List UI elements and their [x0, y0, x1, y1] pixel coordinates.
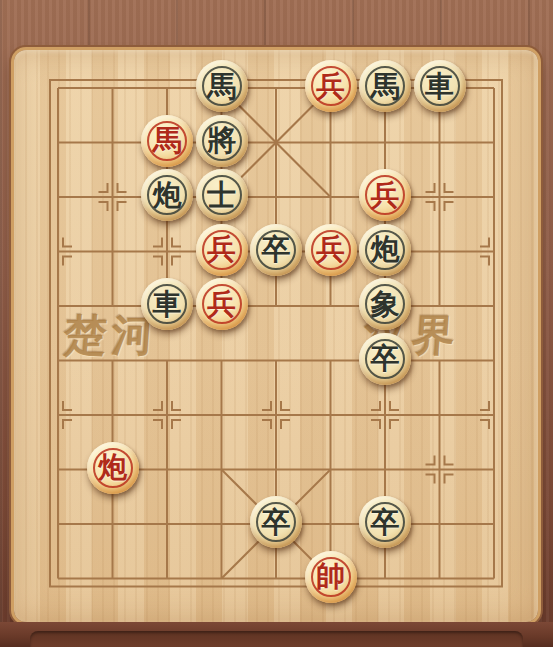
piece-glyph: 兵 — [371, 181, 400, 210]
piece-glyph: 兵 — [207, 235, 236, 264]
piece-glyph: 炮 — [98, 453, 127, 482]
piece-glyph: 兵 — [316, 72, 345, 101]
piece-black-卒[interactable]: 卒 — [359, 333, 411, 385]
piece-glyph: 卒 — [262, 235, 291, 264]
piece-black-炮[interactable]: 炮 — [359, 224, 411, 276]
piece-black-馬[interactable]: 馬 — [359, 60, 411, 112]
piece-glyph: 卒 — [371, 508, 400, 537]
piece-black-象[interactable]: 象 — [359, 278, 411, 330]
piece-glyph: 士 — [207, 181, 236, 210]
piece-red-兵[interactable]: 兵 — [196, 278, 248, 330]
xiangqi-app-screen: 楚河 汉界 馬兵馬車馬將炮士兵兵卒兵炮車兵象卒炮卒卒帥 — [0, 0, 553, 647]
piece-glyph: 兵 — [316, 235, 345, 264]
piece-black-士[interactable]: 士 — [196, 169, 248, 221]
piece-glyph: 馬 — [207, 72, 236, 101]
piece-glyph: 象 — [371, 290, 400, 319]
piece-glyph: 車 — [153, 290, 182, 319]
piece-glyph: 卒 — [371, 344, 400, 373]
table-shelf-inner — [30, 631, 523, 647]
piece-red-炮[interactable]: 炮 — [87, 442, 139, 494]
piece-glyph: 卒 — [262, 508, 291, 537]
piece-glyph: 將 — [207, 126, 236, 155]
piece-black-馬[interactable]: 馬 — [196, 60, 248, 112]
piece-red-兵[interactable]: 兵 — [359, 169, 411, 221]
piece-glyph: 炮 — [153, 181, 182, 210]
piece-red-馬[interactable]: 馬 — [141, 115, 193, 167]
piece-glyph: 馬 — [371, 72, 400, 101]
xiangqi-board: 楚河 汉界 馬兵馬車馬將炮士兵兵卒兵炮車兵象卒炮卒卒帥 — [14, 50, 538, 622]
piece-glyph: 炮 — [371, 235, 400, 264]
piece-black-車[interactable]: 車 — [141, 278, 193, 330]
piece-black-卒[interactable]: 卒 — [359, 496, 411, 548]
piece-black-卒[interactable]: 卒 — [250, 496, 302, 548]
piece-red-兵[interactable]: 兵 — [305, 60, 357, 112]
piece-glyph: 車 — [425, 72, 454, 101]
piece-glyph: 馬 — [153, 126, 182, 155]
piece-black-將[interactable]: 將 — [196, 115, 248, 167]
piece-glyph: 帥 — [316, 562, 345, 591]
piece-red-帥[interactable]: 帥 — [305, 551, 357, 603]
piece-black-車[interactable]: 車 — [414, 60, 466, 112]
piece-red-兵[interactable]: 兵 — [305, 224, 357, 276]
piece-glyph: 兵 — [207, 290, 236, 319]
piece-black-炮[interactable]: 炮 — [141, 169, 193, 221]
piece-red-兵[interactable]: 兵 — [196, 224, 248, 276]
piece-black-卒[interactable]: 卒 — [250, 224, 302, 276]
